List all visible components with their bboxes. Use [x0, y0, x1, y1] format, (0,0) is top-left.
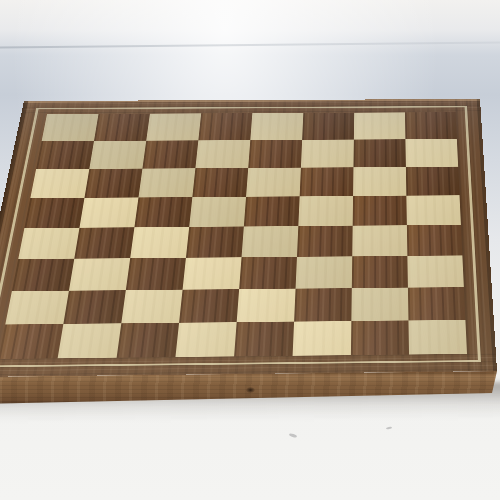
square-b5 — [79, 197, 138, 227]
board-far-edge-highlight — [24, 99, 481, 103]
square-b4 — [74, 227, 134, 258]
square-f8 — [302, 113, 354, 140]
square-b7 — [89, 141, 146, 169]
square-c2 — [121, 290, 182, 324]
square-b1 — [58, 323, 122, 358]
backdrop-mark — [289, 433, 298, 438]
square-f6 — [300, 167, 354, 196]
square-c7 — [142, 140, 198, 168]
square-h8 — [405, 112, 457, 139]
square-g5 — [353, 196, 407, 226]
square-f2 — [294, 288, 352, 321]
square-h6 — [406, 167, 460, 196]
square-a8 — [42, 114, 99, 141]
square-h3 — [407, 255, 463, 287]
square-a1 — [0, 324, 63, 359]
square-b2 — [63, 290, 125, 324]
square-h4 — [407, 225, 462, 256]
square-b8 — [94, 114, 150, 141]
square-a5 — [24, 198, 84, 228]
square-e7 — [248, 140, 302, 168]
square-g7 — [353, 139, 405, 167]
chess-board — [0, 99, 497, 377]
square-h5 — [406, 195, 461, 225]
square-a7 — [36, 141, 94, 169]
square-b3 — [69, 258, 130, 290]
square-f5 — [298, 196, 353, 226]
square-g4 — [352, 225, 407, 256]
square-h1 — [408, 320, 467, 355]
square-f7 — [301, 140, 354, 168]
square-c8 — [146, 113, 201, 140]
square-c1 — [117, 323, 179, 358]
square-c4 — [130, 227, 189, 258]
square-h7 — [405, 139, 458, 167]
square-g6 — [353, 167, 406, 196]
square-f4 — [297, 226, 353, 257]
square-e1 — [234, 322, 294, 357]
square-d8 — [198, 113, 252, 140]
square-c6 — [138, 168, 195, 197]
backdrop-seam-line — [0, 42, 500, 49]
backdrop-mark — [386, 426, 392, 429]
square-g3 — [352, 256, 408, 288]
square-d1 — [175, 322, 236, 357]
square-f1 — [293, 321, 352, 356]
photo-backdrop — [0, 0, 500, 500]
square-a3 — [12, 259, 74, 292]
square-d4 — [186, 226, 244, 257]
square-f3 — [296, 256, 353, 288]
square-g1 — [351, 320, 409, 355]
wood-knot — [246, 387, 255, 393]
square-h2 — [408, 287, 465, 320]
square-d6 — [192, 168, 248, 197]
square-e2 — [237, 289, 296, 323]
square-b6 — [84, 169, 142, 198]
square-e3 — [239, 257, 297, 289]
square-e5 — [244, 196, 300, 226]
square-g8 — [354, 112, 406, 139]
square-a2 — [5, 291, 69, 325]
square-e4 — [242, 226, 299, 257]
square-d2 — [179, 289, 239, 323]
square-e8 — [250, 113, 303, 140]
square-e6 — [246, 168, 301, 197]
square-a6 — [30, 169, 89, 198]
square-d5 — [189, 197, 246, 227]
square-c5 — [134, 197, 192, 227]
square-g2 — [351, 288, 408, 321]
square-d7 — [195, 140, 250, 168]
board-grid — [0, 112, 467, 359]
square-c3 — [126, 258, 186, 290]
square-d3 — [183, 257, 242, 289]
board-right-edge-shade — [477, 99, 497, 371]
square-a4 — [18, 228, 79, 259]
